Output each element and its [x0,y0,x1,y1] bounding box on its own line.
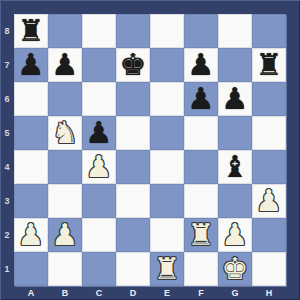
white-knight[interactable]: ♞ [52,116,79,150]
square-g6[interactable]: ♟ [218,82,252,116]
rank-label-3: 3 [0,184,14,218]
black-rook[interactable]: ♜ [18,14,45,48]
square-h2[interactable] [252,218,286,252]
square-c5[interactable]: ♟ [82,116,116,150]
white-king[interactable]: ♚ [222,252,249,286]
black-pawn[interactable]: ♟ [18,48,45,82]
white-pawn[interactable]: ♟ [18,218,45,252]
square-a3[interactable] [14,184,48,218]
file-label-e: E [150,286,184,300]
square-a1[interactable] [14,252,48,286]
white-pawn[interactable]: ♟ [86,150,113,184]
square-c3[interactable] [82,184,116,218]
square-d2[interactable] [116,218,150,252]
square-e4[interactable] [150,150,184,184]
square-h5[interactable] [252,116,286,150]
square-f6[interactable]: ♟ [184,82,218,116]
white-rook[interactable]: ♜ [154,252,181,286]
file-label-a: A [14,286,48,300]
black-pawn[interactable]: ♟ [86,116,113,150]
square-c2[interactable] [82,218,116,252]
rank-label-1: 1 [0,252,14,286]
file-label-c: C [82,286,116,300]
black-rook[interactable]: ♜ [256,48,283,82]
square-f4[interactable] [184,150,218,184]
square-f8[interactable] [184,14,218,48]
square-e2[interactable] [150,218,184,252]
black-bishop[interactable]: ♝ [222,150,249,184]
square-a8[interactable]: ♜ [14,14,48,48]
square-c7[interactable] [82,48,116,82]
square-b7[interactable]: ♟ [48,48,82,82]
square-h8[interactable] [252,14,286,48]
square-b5[interactable]: ♞ [48,116,82,150]
black-pawn[interactable]: ♟ [188,82,215,116]
board-frame: 87654321 ♜♟♟♚♟♜♟♟♞♟♟♝♟♟♟♜♟♜♚ ABCDEFGH [0,0,300,300]
black-king[interactable]: ♚ [120,48,147,82]
file-label-b: B [48,286,82,300]
square-c1[interactable] [82,252,116,286]
white-pawn[interactable]: ♟ [52,218,79,252]
square-f5[interactable] [184,116,218,150]
square-e3[interactable] [150,184,184,218]
file-label-h: H [252,286,286,300]
square-a7[interactable]: ♟ [14,48,48,82]
square-g2[interactable]: ♟ [218,218,252,252]
square-a2[interactable]: ♟ [14,218,48,252]
square-d7[interactable]: ♚ [116,48,150,82]
square-f1[interactable] [184,252,218,286]
square-h7[interactable]: ♜ [252,48,286,82]
square-e5[interactable] [150,116,184,150]
rank-label-8: 8 [0,14,14,48]
square-d6[interactable] [116,82,150,116]
white-pawn[interactable]: ♟ [222,218,249,252]
square-h1[interactable] [252,252,286,286]
square-a6[interactable] [14,82,48,116]
square-g1[interactable]: ♚ [218,252,252,286]
rank-labels: 87654321 [0,14,14,286]
square-g8[interactable] [218,14,252,48]
square-b6[interactable] [48,82,82,116]
square-g5[interactable] [218,116,252,150]
rank-label-4: 4 [0,150,14,184]
square-c8[interactable] [82,14,116,48]
rank-label-5: 5 [0,116,14,150]
rank-label-6: 6 [0,82,14,116]
rank-label-7: 7 [0,48,14,82]
chess-board[interactable]: ♜♟♟♚♟♜♟♟♞♟♟♝♟♟♟♜♟♜♚ [14,14,286,286]
square-b3[interactable] [48,184,82,218]
square-f3[interactable] [184,184,218,218]
square-b8[interactable] [48,14,82,48]
square-f2[interactable]: ♜ [184,218,218,252]
square-e1[interactable]: ♜ [150,252,184,286]
file-labels: ABCDEFGH [14,286,286,300]
square-b1[interactable] [48,252,82,286]
square-a4[interactable] [14,150,48,184]
square-h6[interactable] [252,82,286,116]
square-g3[interactable] [218,184,252,218]
file-label-d: D [116,286,150,300]
square-d8[interactable] [116,14,150,48]
square-c6[interactable] [82,82,116,116]
square-e7[interactable] [150,48,184,82]
square-d4[interactable] [116,150,150,184]
square-h4[interactable] [252,150,286,184]
square-e6[interactable] [150,82,184,116]
file-label-f: F [184,286,218,300]
white-rook[interactable]: ♜ [188,218,215,252]
black-pawn[interactable]: ♟ [52,48,79,82]
square-g4[interactable]: ♝ [218,150,252,184]
square-e8[interactable] [150,14,184,48]
black-pawn[interactable]: ♟ [188,48,215,82]
square-d5[interactable] [116,116,150,150]
square-b2[interactable]: ♟ [48,218,82,252]
rank-label-2: 2 [0,218,14,252]
square-b4[interactable] [48,150,82,184]
square-g7[interactable] [218,48,252,82]
file-label-g: G [218,286,252,300]
white-pawn[interactable]: ♟ [256,184,283,218]
square-d1[interactable] [116,252,150,286]
square-f7[interactable]: ♟ [184,48,218,82]
square-h3[interactable]: ♟ [252,184,286,218]
square-d3[interactable] [116,184,150,218]
square-a5[interactable] [14,116,48,150]
square-c4[interactable]: ♟ [82,150,116,184]
black-pawn[interactable]: ♟ [222,82,249,116]
